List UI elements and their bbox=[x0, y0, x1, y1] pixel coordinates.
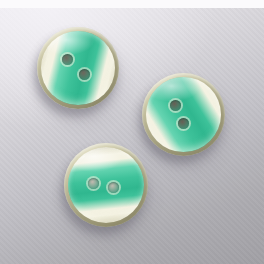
button-right bbox=[142, 73, 225, 156]
button-top-left-hole-1 bbox=[62, 54, 73, 65]
button-right-hole-2 bbox=[178, 118, 189, 129]
button-right-face bbox=[146, 77, 221, 152]
button-top-left-hole-2 bbox=[79, 69, 90, 80]
button-top-left-face bbox=[41, 31, 115, 105]
product-photo bbox=[0, 0, 264, 264]
button-bottom-left-hole-2 bbox=[108, 182, 119, 193]
button-bottom-left-face bbox=[68, 147, 144, 223]
button-bottom-left bbox=[64, 143, 148, 227]
button-bottom-left-hole-1 bbox=[88, 178, 99, 189]
button-right-hole-1 bbox=[170, 100, 181, 111]
button-top-left bbox=[37, 27, 119, 109]
top-white-margin bbox=[0, 0, 264, 8]
fabric-background bbox=[0, 8, 264, 264]
